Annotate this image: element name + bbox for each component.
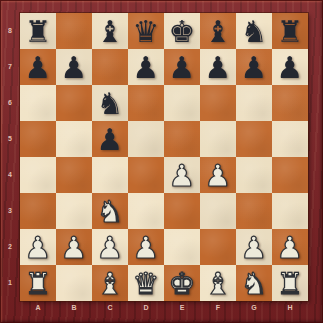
square-a3[interactable]	[20, 193, 56, 229]
rank-label-6: 6	[0, 85, 20, 121]
square-g7[interactable]: ♟	[236, 49, 272, 85]
square-c1[interactable]: ♝	[92, 265, 128, 301]
square-c5[interactable]: ♟	[92, 121, 128, 157]
square-c3[interactable]: ♞	[92, 193, 128, 229]
square-d2[interactable]: ♟	[128, 229, 164, 265]
square-b8[interactable]	[56, 13, 92, 49]
square-b6[interactable]	[56, 85, 92, 121]
square-e6[interactable]	[164, 85, 200, 121]
white-pawn[interactable]: ♟	[92, 229, 128, 265]
square-e2[interactable]	[164, 229, 200, 265]
white-king[interactable]: ♚	[164, 265, 200, 301]
square-f2[interactable]	[200, 229, 236, 265]
white-queen[interactable]: ♛	[128, 265, 164, 301]
square-c2[interactable]: ♟	[92, 229, 128, 265]
square-g4[interactable]	[236, 157, 272, 193]
square-b3[interactable]	[56, 193, 92, 229]
square-e5[interactable]	[164, 121, 200, 157]
square-h4[interactable]	[272, 157, 308, 193]
square-h5[interactable]	[272, 121, 308, 157]
rank-label-3: 3	[0, 193, 20, 229]
rank-label-8: 8	[0, 13, 20, 49]
square-d6[interactable]	[128, 85, 164, 121]
black-bishop[interactable]: ♝	[92, 13, 128, 49]
square-a8[interactable]: ♜	[20, 13, 56, 49]
square-e1[interactable]: ♚	[164, 265, 200, 301]
square-h7[interactable]: ♟	[272, 49, 308, 85]
file-label-d: D	[128, 301, 164, 315]
square-h6[interactable]	[272, 85, 308, 121]
square-g2[interactable]: ♟	[236, 229, 272, 265]
square-b5[interactable]	[56, 121, 92, 157]
square-d5[interactable]	[128, 121, 164, 157]
square-e7[interactable]: ♟	[164, 49, 200, 85]
file-labels: ABCDEFGH	[20, 301, 308, 323]
square-a1[interactable]: ♜	[20, 265, 56, 301]
rank-label-4: 4	[0, 157, 20, 193]
white-rook[interactable]: ♜	[272, 265, 308, 301]
black-rook[interactable]: ♜	[272, 13, 308, 49]
square-c8[interactable]: ♝	[92, 13, 128, 49]
white-pawn[interactable]: ♟	[164, 157, 200, 193]
white-pawn[interactable]: ♟	[20, 229, 56, 265]
file-label-h: H	[272, 301, 308, 315]
square-d4[interactable]	[128, 157, 164, 193]
white-pawn[interactable]: ♟	[272, 229, 308, 265]
square-f3[interactable]	[200, 193, 236, 229]
chess-board: ♜♝♛♚♝♞♜♟♟♟♟♟♟♟♞♟♟♟♞♟♟♟♟♟♟♜♝♛♚♝♞♜	[20, 13, 308, 301]
square-h2[interactable]: ♟	[272, 229, 308, 265]
white-bishop[interactable]: ♝	[200, 265, 236, 301]
file-label-f: F	[200, 301, 236, 315]
white-bishop[interactable]: ♝	[92, 265, 128, 301]
square-g5[interactable]	[236, 121, 272, 157]
black-pawn[interactable]: ♟	[164, 49, 200, 85]
square-f7[interactable]: ♟	[200, 49, 236, 85]
white-knight[interactable]: ♞	[236, 265, 272, 301]
square-d8[interactable]: ♛	[128, 13, 164, 49]
black-knight[interactable]: ♞	[92, 85, 128, 121]
chessboard-widget: ♜♝♛♚♝♞♜♟♟♟♟♟♟♟♞♟♟♟♞♟♟♟♟♟♟♜♝♛♚♝♞♜ 8765432…	[0, 0, 323, 323]
white-knight[interactable]: ♞	[92, 193, 128, 229]
rank-label-5: 5	[0, 121, 20, 157]
square-b1[interactable]	[56, 265, 92, 301]
black-pawn[interactable]: ♟	[236, 49, 272, 85]
file-label-g: G	[236, 301, 272, 315]
black-pawn[interactable]: ♟	[272, 49, 308, 85]
rank-label-7: 7	[0, 49, 20, 85]
square-a4[interactable]	[20, 157, 56, 193]
square-g6[interactable]	[236, 85, 272, 121]
square-b7[interactable]: ♟	[56, 49, 92, 85]
square-b4[interactable]	[56, 157, 92, 193]
black-knight[interactable]: ♞	[236, 13, 272, 49]
square-a2[interactable]: ♟	[20, 229, 56, 265]
square-f6[interactable]	[200, 85, 236, 121]
square-e3[interactable]	[164, 193, 200, 229]
square-g8[interactable]: ♞	[236, 13, 272, 49]
black-pawn[interactable]: ♟	[20, 49, 56, 85]
black-pawn[interactable]: ♟	[92, 121, 128, 157]
black-queen[interactable]: ♛	[128, 13, 164, 49]
black-pawn[interactable]: ♟	[128, 49, 164, 85]
square-c6[interactable]: ♞	[92, 85, 128, 121]
square-f1[interactable]: ♝	[200, 265, 236, 301]
square-a5[interactable]	[20, 121, 56, 157]
file-label-e: E	[164, 301, 200, 315]
square-d3[interactable]	[128, 193, 164, 229]
square-e8[interactable]: ♚	[164, 13, 200, 49]
file-label-c: C	[92, 301, 128, 315]
square-f5[interactable]	[200, 121, 236, 157]
file-label-a: A	[20, 301, 56, 315]
square-d1[interactable]: ♛	[128, 265, 164, 301]
square-c4[interactable]	[92, 157, 128, 193]
black-rook[interactable]: ♜	[20, 13, 56, 49]
square-a7[interactable]: ♟	[20, 49, 56, 85]
white-pawn[interactable]: ♟	[200, 157, 236, 193]
square-f4[interactable]: ♟	[200, 157, 236, 193]
white-rook[interactable]: ♜	[20, 265, 56, 301]
rank-labels: 87654321	[0, 13, 20, 301]
black-king[interactable]: ♚	[164, 13, 200, 49]
white-pawn[interactable]: ♟	[128, 229, 164, 265]
square-d7[interactable]: ♟	[128, 49, 164, 85]
square-g1[interactable]: ♞	[236, 265, 272, 301]
white-pawn[interactable]: ♟	[56, 229, 92, 265]
square-h3[interactable]	[272, 193, 308, 229]
square-f8[interactable]: ♝	[200, 13, 236, 49]
black-bishop[interactable]: ♝	[200, 13, 236, 49]
white-pawn[interactable]: ♟	[236, 229, 272, 265]
black-pawn[interactable]: ♟	[56, 49, 92, 85]
square-c7[interactable]	[92, 49, 128, 85]
file-label-b: B	[56, 301, 92, 315]
square-a6[interactable]	[20, 85, 56, 121]
black-pawn[interactable]: ♟	[200, 49, 236, 85]
rank-label-2: 2	[0, 229, 20, 265]
square-h1[interactable]: ♜	[272, 265, 308, 301]
square-b2[interactable]: ♟	[56, 229, 92, 265]
rank-label-1: 1	[0, 265, 20, 301]
square-g3[interactable]	[236, 193, 272, 229]
square-e4[interactable]: ♟	[164, 157, 200, 193]
square-h8[interactable]: ♜	[272, 13, 308, 49]
